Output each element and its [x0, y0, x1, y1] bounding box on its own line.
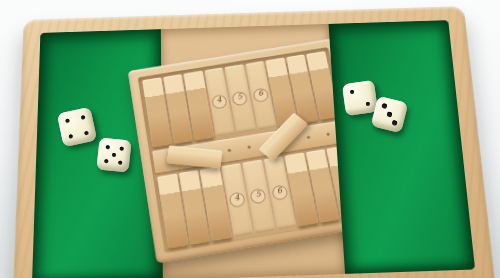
die-pip — [84, 130, 89, 135]
die-pip — [68, 134, 73, 139]
tile-number: 4 — [228, 191, 246, 208]
center-wood-base: 456 ◆◆◆◆◆◆◆◆◆ 456 — [161, 24, 345, 278]
die-pip — [120, 146, 125, 151]
tile-number: 4 — [211, 94, 228, 110]
die-pip — [105, 145, 110, 150]
photo-stage: 456 ◆◆◆◆◆◆◆◆◆ 456 — [0, 0, 500, 278]
die-pip — [118, 161, 123, 166]
rail-stamp-icon: ◆ — [325, 131, 330, 137]
die-pip — [80, 115, 85, 120]
die-pip — [392, 121, 397, 126]
pip-cell — [82, 128, 91, 137]
rail-stamp-icon: ◆ — [306, 134, 311, 140]
tile-number: 5 — [232, 91, 249, 107]
right-felt-dice-well — [329, 20, 476, 274]
pip-cell — [364, 100, 372, 108]
pip-cell — [116, 159, 124, 167]
tile-number: 5 — [250, 188, 268, 205]
die-pip — [104, 159, 109, 164]
tile-number: 6 — [271, 184, 289, 201]
rail-stamp-icon: ◆ — [227, 147, 232, 153]
die-pip — [349, 89, 354, 94]
die-pip — [65, 118, 70, 123]
die-pip — [387, 112, 392, 117]
rail-stamp-icon: ◆ — [247, 143, 252, 149]
die-pip — [382, 104, 387, 109]
die[interactable] — [342, 80, 378, 116]
die[interactable] — [96, 137, 131, 172]
pip-cell — [390, 119, 398, 127]
die-pip — [366, 102, 371, 107]
die[interactable] — [57, 107, 97, 147]
die-pip — [112, 153, 117, 158]
tile-number: 6 — [252, 87, 269, 103]
